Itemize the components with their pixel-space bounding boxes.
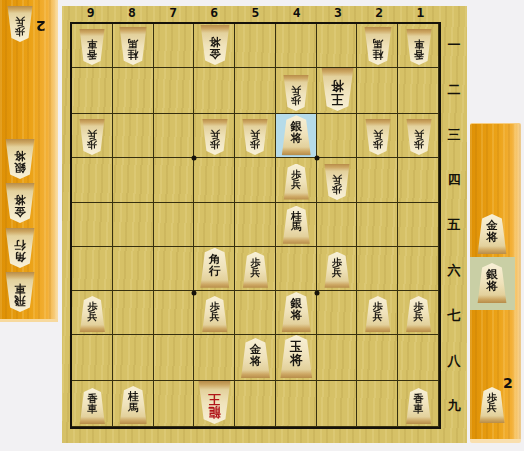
piece-kanji: 歩兵 [87,129,97,155]
piece-silver[interactable]: 銀将 [281,115,311,155]
piece-kanji: 桂馬 [291,206,302,233]
square-3七[interactable] [317,291,358,335]
square-9九[interactable]: 香車 [72,381,113,427]
square-6四[interactable] [194,158,235,202]
square-2七[interactable]: 歩兵 [357,291,398,335]
piece-pawn[interactable]: 歩兵 [406,119,432,155]
square-9三[interactable]: 歩兵 [72,114,113,158]
square-2四[interactable] [357,158,398,202]
square-2二[interactable] [357,68,398,114]
piece-knight[interactable]: 桂馬 [282,206,310,244]
piece-kanji: 歩兵 [373,296,383,322]
piece-kanji: 玉将 [290,335,303,367]
square-6九[interactable]: 龍王 [194,381,235,427]
square-7五[interactable] [154,203,195,247]
square-2六[interactable] [357,247,398,291]
piece-kanji: 歩兵 [414,129,424,155]
square-2九[interactable] [357,381,398,427]
square-1三[interactable]: 歩兵 [398,114,439,158]
rank-labels: 一二三四五六七八九 [444,22,464,429]
piece-kanji: 桂馬 [373,38,384,65]
piece-kanji: 歩兵 [15,16,25,42]
piece-bishop[interactable]: 角行 [200,248,230,288]
square-6八[interactable] [194,335,235,381]
piece-kanji: 桂馬 [128,386,139,413]
piece-gold[interactable]: 金将 [240,338,270,378]
square-1一[interactable]: 香車 [398,24,439,68]
square-6三[interactable]: 歩兵 [194,114,235,158]
square-4四[interactable]: 歩兵 [276,158,317,202]
piece-pawn[interactable]: 歩兵 [283,75,309,111]
square-9六[interactable] [72,247,113,291]
square-5五[interactable] [235,203,276,247]
square-5一[interactable] [235,24,276,68]
square-5二[interactable] [235,68,276,114]
piece-king-sente[interactable]: 玉将 [280,335,313,378]
piece-kanji: 歩兵 [87,296,97,322]
square-1九[interactable]: 香車 [398,381,439,427]
square-8七[interactable] [113,291,154,335]
file-label-6: 6 [194,4,235,21]
piece-kanji: 角行 [14,239,26,268]
square-5三[interactable]: 歩兵 [235,114,276,158]
file-label-4: 4 [276,4,317,21]
square-2八[interactable] [357,335,398,381]
square-6一[interactable]: 金将 [194,24,235,68]
square-5七[interactable] [235,291,276,335]
square-4三[interactable]: 銀将 [276,114,317,158]
piece-kanji: 金将 [486,214,498,243]
square-4九[interactable] [276,381,317,427]
square-4七[interactable]: 銀将 [276,291,317,335]
square-1四[interactable] [398,158,439,202]
square-3一[interactable] [317,24,358,68]
square-2一[interactable]: 桂馬 [357,24,398,68]
file-label-7: 7 [152,4,193,21]
square-6二[interactable] [194,68,235,114]
piece-knight[interactable]: 桂馬 [364,27,392,65]
rank-label: 一 [444,22,464,67]
square-7八[interactable] [154,335,195,381]
piece-kanji: 歩兵 [487,387,497,413]
square-3六[interactable]: 歩兵 [317,247,358,291]
square-4八[interactable]: 玉将 [276,335,317,381]
piece-kanji: 歩兵 [250,252,260,278]
star-point [315,291,320,296]
square-8八[interactable] [113,335,154,381]
piece-kanji: 金将 [14,194,26,223]
piece-pawn[interactable]: 歩兵 [202,119,228,155]
piece-kanji: 金将 [209,36,221,65]
file-label-3: 3 [317,4,358,21]
square-5四[interactable] [235,158,276,202]
square-4一[interactable] [276,24,317,68]
square-9四[interactable] [72,158,113,202]
file-label-2: 2 [359,4,400,21]
piece-kanji: 歩兵 [291,85,301,111]
hand-piece-count: 2 [36,18,46,34]
file-label-5: 5 [235,4,276,21]
piece-pawn[interactable]: 歩兵 [283,164,309,200]
piece-kanji: 歩兵 [250,129,260,155]
piece-king-gote[interactable]: 王将 [321,68,354,111]
square-1六[interactable] [398,247,439,291]
star-point [191,155,196,160]
piece-pawn[interactable]: 歩兵 [202,296,228,332]
piece-kanji: 銀将 [486,263,498,292]
rank-label: 七 [444,293,464,338]
square-6五[interactable] [194,203,235,247]
piece-lance[interactable]: 香車 [406,388,432,424]
square-8五[interactable] [113,203,154,247]
square-6七[interactable]: 歩兵 [194,291,235,335]
piece-silver[interactable]: 銀将 [281,292,311,332]
square-6六[interactable]: 角行 [194,247,235,291]
rank-label: 五 [444,203,464,248]
piece-lance[interactable]: 香車 [406,29,432,65]
square-4二[interactable]: 歩兵 [276,68,317,114]
square-8三[interactable] [113,114,154,158]
square-8四[interactable] [113,158,154,202]
piece-kanji: 香車 [87,39,97,65]
piece-pawn[interactable]: 歩兵 [242,119,268,155]
piece-kanji: 銀将 [14,150,26,179]
piece-pawn[interactable]: 歩兵 [242,252,268,288]
square-1二[interactable] [398,68,439,114]
square-8二[interactable] [113,68,154,114]
piece-kanji: 歩兵 [210,296,220,322]
square-9一[interactable]: 香車 [72,24,113,68]
piece-pawn[interactable]: 歩兵 [324,252,350,288]
square-2五[interactable] [357,203,398,247]
square-9五[interactable] [72,203,113,247]
square-5九[interactable] [235,381,276,427]
square-3三[interactable] [317,114,358,158]
piece-pawn[interactable]: 歩兵 [406,296,432,332]
piece-kanji: 飛車 [14,283,26,312]
square-3五[interactable] [317,203,358,247]
star-point [191,291,196,296]
square-4五[interactable]: 桂馬 [276,203,317,247]
piece-pawn[interactable]: 歩兵 [79,296,105,332]
square-7三[interactable] [154,114,195,158]
piece-lance[interactable]: 香車 [79,29,105,65]
shogi-board: 香車桂馬金将桂馬香車歩兵王将歩兵歩兵歩兵銀将歩兵歩兵歩兵歩兵桂馬角行歩兵歩兵歩兵… [70,22,441,429]
rank-label: 六 [444,248,464,293]
square-7六[interactable] [154,247,195,291]
file-label-8: 8 [111,4,152,21]
star-point [315,155,320,160]
rank-label: 八 [444,339,464,384]
piece-kanji: 香車 [87,388,97,414]
square-1五[interactable] [398,203,439,247]
square-3八[interactable] [317,335,358,381]
square-8六[interactable] [113,247,154,291]
rank-label: 四 [444,158,464,203]
piece-kanji: 歩兵 [414,296,424,322]
square-3四[interactable]: 歩兵 [317,158,358,202]
square-3九[interactable] [317,381,358,427]
square-9二[interactable] [72,68,113,114]
piece-kanji: 金将 [250,338,262,367]
file-label-1: 1 [400,4,441,21]
piece-kanji: 歩兵 [332,252,342,278]
piece-kanji: 香車 [414,39,424,65]
square-8一[interactable]: 桂馬 [113,24,154,68]
piece-kanji: 歩兵 [291,164,301,190]
square-7一[interactable] [154,24,195,68]
square-7二[interactable] [154,68,195,114]
square-1八[interactable] [398,335,439,381]
rank-label: 二 [444,67,464,112]
piece-promoted-rook-dragon[interactable]: 龍王 [198,381,231,424]
piece-pawn[interactable]: 歩兵 [365,296,391,332]
hand-piece-count: 2 [503,375,513,391]
square-8九[interactable]: 桂馬 [113,381,154,427]
piece-kanji: 香車 [414,388,424,414]
rank-label: 三 [444,112,464,157]
piece-pawn[interactable]: 歩兵 [324,164,350,200]
piece-knight[interactable]: 桂馬 [119,386,147,424]
square-7七[interactable] [154,291,195,335]
piece-knight[interactable]: 桂馬 [119,27,147,65]
piece-kanji: 歩兵 [373,129,383,155]
piece-kanji: 桂馬 [128,38,139,65]
piece-kanji: 銀将 [291,115,303,144]
piece-kanji: 歩兵 [210,129,220,155]
square-9八[interactable] [72,335,113,381]
piece-gold[interactable]: 金将 [200,25,230,65]
square-2三[interactable]: 歩兵 [357,114,398,158]
piece-kanji: 歩兵 [332,173,342,199]
shogi-app: 987654321 一二三四五六七八九 香車桂馬金将桂馬香車歩兵王将歩兵歩兵歩兵… [0,0,524,451]
square-5八[interactable]: 金将 [235,335,276,381]
square-7九[interactable] [154,381,195,427]
square-1七[interactable]: 歩兵 [398,291,439,335]
rank-label: 九 [444,384,464,429]
square-9七[interactable]: 歩兵 [72,291,113,335]
piece-kanji: 角行 [209,248,221,277]
piece-kanji: 王将 [331,80,344,112]
piece-pawn[interactable]: 歩兵 [79,119,105,155]
file-labels: 987654321 [70,4,441,21]
square-4六[interactable] [276,247,317,291]
piece-lance[interactable]: 香車 [79,388,105,424]
file-label-9: 9 [70,4,111,21]
piece-kanji: 龍王 [208,393,221,425]
square-7四[interactable] [154,158,195,202]
square-3二[interactable]: 王将 [317,68,358,114]
piece-pawn[interactable]: 歩兵 [365,119,391,155]
square-5六[interactable]: 歩兵 [235,247,276,291]
piece-kanji: 銀将 [291,292,303,321]
